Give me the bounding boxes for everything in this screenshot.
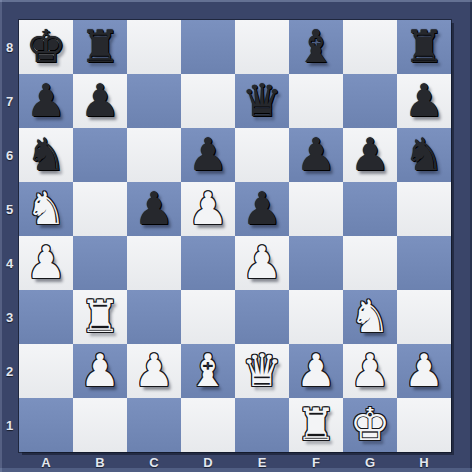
square-a8[interactable]: ♚︎: [19, 20, 73, 74]
file-label-e: E: [235, 452, 289, 472]
piece-white-pawn-a4[interactable]: ♟︎: [19, 236, 73, 290]
chess-board: ♚︎♜︎♝︎♜︎♟︎♟︎♛︎♟︎♞︎♟︎♟︎♟︎♞︎♞︎♟︎♟︎♟︎♟︎♟︎♜︎…: [19, 20, 451, 452]
piece-black-pawn-d6[interactable]: ♟︎: [181, 128, 235, 182]
square-c8[interactable]: [127, 20, 181, 74]
square-d2[interactable]: ♝︎: [181, 344, 235, 398]
piece-white-pawn-b2[interactable]: ♟︎: [73, 344, 127, 398]
square-e6[interactable]: [235, 128, 289, 182]
piece-black-queen-e7[interactable]: ♛︎: [235, 74, 289, 128]
square-d3[interactable]: [181, 290, 235, 344]
file-label-a: A: [19, 452, 73, 472]
square-a3[interactable]: [19, 290, 73, 344]
square-f7[interactable]: [289, 74, 343, 128]
file-label-d: D: [181, 452, 235, 472]
piece-black-pawn-e5[interactable]: ♟︎: [235, 182, 289, 236]
rank-label-3: 3: [0, 290, 19, 344]
rank-label-7: 7: [0, 74, 19, 128]
square-b1[interactable]: [73, 398, 127, 452]
file-label-g: G: [343, 452, 397, 472]
square-h2[interactable]: ♟︎: [397, 344, 451, 398]
square-g7[interactable]: [343, 74, 397, 128]
piece-black-pawn-b7[interactable]: ♟︎: [73, 74, 127, 128]
square-g5[interactable]: [343, 182, 397, 236]
square-c3[interactable]: [127, 290, 181, 344]
square-b4[interactable]: [73, 236, 127, 290]
square-c1[interactable]: [127, 398, 181, 452]
square-g1[interactable]: ♚︎: [343, 398, 397, 452]
square-h8[interactable]: ♜︎: [397, 20, 451, 74]
piece-black-knight-a6[interactable]: ♞︎: [19, 128, 73, 182]
piece-black-knight-h6[interactable]: ♞︎: [397, 128, 451, 182]
piece-white-rook-b3[interactable]: ♜︎: [73, 290, 127, 344]
square-b2[interactable]: ♟︎: [73, 344, 127, 398]
rank-labels: 87654321: [0, 20, 19, 452]
square-e1[interactable]: [235, 398, 289, 452]
square-b3[interactable]: ♜︎: [73, 290, 127, 344]
square-d6[interactable]: ♟︎: [181, 128, 235, 182]
square-h3[interactable]: [397, 290, 451, 344]
square-b7[interactable]: ♟︎: [73, 74, 127, 128]
square-g3[interactable]: ♞︎: [343, 290, 397, 344]
rank-label-6: 6: [0, 128, 19, 182]
square-a4[interactable]: ♟︎: [19, 236, 73, 290]
piece-white-bishop-d2[interactable]: ♝︎: [181, 344, 235, 398]
square-c5[interactable]: ♟︎: [127, 182, 181, 236]
file-label-f: F: [289, 452, 343, 472]
piece-black-bishop-f8[interactable]: ♝︎: [289, 20, 343, 74]
piece-black-pawn-c5[interactable]: ♟︎: [127, 182, 181, 236]
piece-black-pawn-h7[interactable]: ♟︎: [397, 74, 451, 128]
file-labels: ABCDEFGH: [19, 452, 451, 472]
piece-white-pawn-c2[interactable]: ♟︎: [127, 344, 181, 398]
piece-black-king-a8[interactable]: ♚︎: [19, 20, 73, 74]
square-c2[interactable]: ♟︎: [127, 344, 181, 398]
piece-white-pawn-e4[interactable]: ♟︎: [235, 236, 289, 290]
square-e7[interactable]: ♛︎: [235, 74, 289, 128]
square-a1[interactable]: [19, 398, 73, 452]
piece-black-pawn-f6[interactable]: ♟︎: [289, 128, 343, 182]
square-d1[interactable]: [181, 398, 235, 452]
square-h7[interactable]: ♟︎: [397, 74, 451, 128]
chess-board-frame: 87654321 ♚︎♜︎♝︎♜︎♟︎♟︎♛︎♟︎♞︎♟︎♟︎♟︎♞︎♞︎♟︎♟…: [0, 0, 472, 472]
square-f5[interactable]: [289, 182, 343, 236]
square-e4[interactable]: ♟︎: [235, 236, 289, 290]
square-c6[interactable]: [127, 128, 181, 182]
square-e5[interactable]: ♟︎: [235, 182, 289, 236]
rank-label-2: 2: [0, 344, 19, 398]
piece-black-pawn-a7[interactable]: ♟︎: [19, 74, 73, 128]
piece-white-pawn-g2[interactable]: ♟︎: [343, 344, 397, 398]
square-d8[interactable]: [181, 20, 235, 74]
square-b6[interactable]: [73, 128, 127, 182]
piece-black-rook-b8[interactable]: ♜︎: [73, 20, 127, 74]
square-b8[interactable]: ♜︎: [73, 20, 127, 74]
square-a5[interactable]: ♞︎: [19, 182, 73, 236]
square-e3[interactable]: [235, 290, 289, 344]
square-f8[interactable]: ♝︎: [289, 20, 343, 74]
piece-white-knight-a5[interactable]: ♞︎: [19, 182, 73, 236]
piece-white-queen-e2[interactable]: ♛︎: [235, 344, 289, 398]
square-a7[interactable]: ♟︎: [19, 74, 73, 128]
square-a2[interactable]: [19, 344, 73, 398]
piece-black-pawn-g6[interactable]: ♟︎: [343, 128, 397, 182]
square-a6[interactable]: ♞︎: [19, 128, 73, 182]
square-h4[interactable]: [397, 236, 451, 290]
rank-label-5: 5: [0, 182, 19, 236]
square-c7[interactable]: [127, 74, 181, 128]
square-f3[interactable]: [289, 290, 343, 344]
square-d5[interactable]: ♟︎: [181, 182, 235, 236]
square-f4[interactable]: [289, 236, 343, 290]
file-label-b: B: [73, 452, 127, 472]
square-g6[interactable]: ♟︎: [343, 128, 397, 182]
square-f2[interactable]: ♟︎: [289, 344, 343, 398]
square-h6[interactable]: ♞︎: [397, 128, 451, 182]
square-c4[interactable]: [127, 236, 181, 290]
file-label-c: C: [127, 452, 181, 472]
piece-white-rook-f1[interactable]: ♜︎: [289, 398, 343, 452]
rank-label-8: 8: [0, 20, 19, 74]
square-e2[interactable]: ♛︎: [235, 344, 289, 398]
square-e8[interactable]: [235, 20, 289, 74]
piece-white-pawn-h2[interactable]: ♟︎: [397, 344, 451, 398]
square-b5[interactable]: [73, 182, 127, 236]
square-f6[interactable]: ♟︎: [289, 128, 343, 182]
piece-white-pawn-d5[interactable]: ♟︎: [181, 182, 235, 236]
piece-white-pawn-f2[interactable]: ♟︎: [289, 344, 343, 398]
square-d4[interactable]: [181, 236, 235, 290]
square-g2[interactable]: ♟︎: [343, 344, 397, 398]
piece-white-knight-g3[interactable]: ♞︎: [343, 290, 397, 344]
rank-label-1: 1: [0, 398, 19, 452]
piece-white-king-g1[interactable]: ♚︎: [343, 398, 397, 452]
piece-black-rook-h8[interactable]: ♜︎: [397, 20, 451, 74]
rank-label-4: 4: [0, 236, 19, 290]
square-f1[interactable]: ♜︎: [289, 398, 343, 452]
square-h5[interactable]: [397, 182, 451, 236]
square-g4[interactable]: [343, 236, 397, 290]
square-d7[interactable]: [181, 74, 235, 128]
file-label-h: H: [397, 452, 451, 472]
square-h1[interactable]: [397, 398, 451, 452]
square-g8[interactable]: [343, 20, 397, 74]
